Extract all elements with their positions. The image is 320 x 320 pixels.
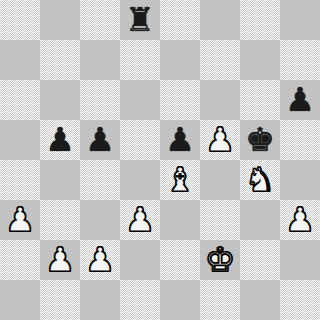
square-d6[interactable] — [120, 80, 160, 120]
black-pawn-icon[interactable]: ♟ — [280, 80, 320, 120]
square-b8[interactable] — [40, 0, 80, 40]
square-h1[interactable] — [280, 280, 320, 320]
square-a2[interactable] — [0, 240, 40, 280]
square-c7[interactable] — [80, 40, 120, 80]
white-pawn-icon[interactable]: ♟ — [280, 200, 320, 240]
square-g7[interactable] — [240, 40, 280, 80]
square-h5[interactable] — [280, 120, 320, 160]
white-bishop-icon[interactable]: ♝ — [160, 160, 200, 200]
square-g6[interactable] — [240, 80, 280, 120]
square-c4[interactable] — [80, 160, 120, 200]
square-a3[interactable]: ♟ — [0, 200, 40, 240]
square-b1[interactable] — [40, 280, 80, 320]
square-g2[interactable] — [240, 240, 280, 280]
square-f1[interactable] — [200, 280, 240, 320]
square-d5[interactable] — [120, 120, 160, 160]
white-pawn-icon[interactable]: ♟ — [200, 120, 240, 160]
square-b5[interactable]: ♟ — [40, 120, 80, 160]
square-f2[interactable]: ♚ — [200, 240, 240, 280]
white-pawn-icon[interactable]: ♟ — [80, 240, 120, 280]
square-g8[interactable] — [240, 0, 280, 40]
black-rook-icon[interactable]: ♜ — [120, 0, 160, 40]
square-a5[interactable] — [0, 120, 40, 160]
square-d8[interactable]: ♜ — [120, 0, 160, 40]
square-c6[interactable] — [80, 80, 120, 120]
square-f3[interactable] — [200, 200, 240, 240]
white-pawn-icon[interactable]: ♟ — [120, 200, 160, 240]
white-pawn-icon[interactable]: ♟ — [40, 240, 80, 280]
black-pawn-icon[interactable]: ♟ — [80, 120, 120, 160]
square-d2[interactable] — [120, 240, 160, 280]
chess-board: ♜♟♟♟♟♟♚♝♞♟♟♟♟♟♚ — [0, 0, 320, 320]
square-a8[interactable] — [0, 0, 40, 40]
square-e7[interactable] — [160, 40, 200, 80]
square-b2[interactable]: ♟ — [40, 240, 80, 280]
square-f5[interactable]: ♟ — [200, 120, 240, 160]
square-g3[interactable] — [240, 200, 280, 240]
square-g5[interactable]: ♚ — [240, 120, 280, 160]
square-e1[interactable] — [160, 280, 200, 320]
square-f8[interactable] — [200, 0, 240, 40]
square-b6[interactable] — [40, 80, 80, 120]
black-pawn-icon[interactable]: ♟ — [160, 120, 200, 160]
square-d4[interactable] — [120, 160, 160, 200]
square-c1[interactable] — [80, 280, 120, 320]
square-c2[interactable]: ♟ — [80, 240, 120, 280]
white-knight-icon[interactable]: ♞ — [240, 160, 280, 200]
square-e3[interactable] — [160, 200, 200, 240]
square-c5[interactable]: ♟ — [80, 120, 120, 160]
square-f4[interactable] — [200, 160, 240, 200]
square-h2[interactable] — [280, 240, 320, 280]
black-king-icon[interactable]: ♚ — [240, 120, 280, 160]
square-d7[interactable] — [120, 40, 160, 80]
square-b3[interactable] — [40, 200, 80, 240]
square-b7[interactable] — [40, 40, 80, 80]
square-f6[interactable] — [200, 80, 240, 120]
square-e6[interactable] — [160, 80, 200, 120]
square-f7[interactable] — [200, 40, 240, 80]
black-pawn-icon[interactable]: ♟ — [40, 120, 80, 160]
square-h3[interactable]: ♟ — [280, 200, 320, 240]
square-d3[interactable]: ♟ — [120, 200, 160, 240]
square-e2[interactable] — [160, 240, 200, 280]
square-d1[interactable] — [120, 280, 160, 320]
white-king-icon[interactable]: ♚ — [200, 240, 240, 280]
square-a4[interactable] — [0, 160, 40, 200]
square-a6[interactable] — [0, 80, 40, 120]
square-h7[interactable] — [280, 40, 320, 80]
white-pawn-icon[interactable]: ♟ — [0, 200, 40, 240]
square-g1[interactable] — [240, 280, 280, 320]
square-h6[interactable]: ♟ — [280, 80, 320, 120]
square-b4[interactable] — [40, 160, 80, 200]
square-c3[interactable] — [80, 200, 120, 240]
square-g4[interactable]: ♞ — [240, 160, 280, 200]
square-e8[interactable] — [160, 0, 200, 40]
square-h4[interactable] — [280, 160, 320, 200]
square-e5[interactable]: ♟ — [160, 120, 200, 160]
square-c8[interactable] — [80, 0, 120, 40]
square-a7[interactable] — [0, 40, 40, 80]
square-e4[interactable]: ♝ — [160, 160, 200, 200]
square-h8[interactable] — [280, 0, 320, 40]
square-a1[interactable] — [0, 280, 40, 320]
